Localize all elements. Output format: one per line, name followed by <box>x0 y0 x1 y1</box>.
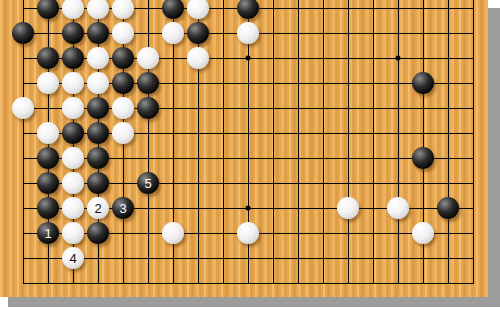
white-stone <box>187 47 209 69</box>
star-point <box>246 56 251 61</box>
white-stone <box>87 0 109 19</box>
black-stone: 5 <box>137 172 159 194</box>
black-stone <box>112 47 134 69</box>
black-stone <box>112 72 134 94</box>
grid-line-vertical <box>298 0 299 284</box>
grid-line-vertical <box>373 0 374 284</box>
move-number: 3 <box>119 202 126 215</box>
white-stone <box>162 22 184 44</box>
black-stone <box>412 72 434 94</box>
white-stone <box>37 72 59 94</box>
white-stone <box>412 222 434 244</box>
grid-line-vertical <box>473 0 474 284</box>
black-stone <box>37 197 59 219</box>
black-stone <box>187 22 209 44</box>
white-stone <box>62 0 84 19</box>
grid-line-horizontal <box>23 258 474 259</box>
white-stone <box>62 172 84 194</box>
white-stone <box>237 22 259 44</box>
move-number: 1 <box>44 227 51 240</box>
black-stone <box>87 147 109 169</box>
white-stone <box>62 72 84 94</box>
grid-line-vertical <box>148 0 149 284</box>
grid-line-vertical <box>348 0 349 284</box>
black-stone <box>87 222 109 244</box>
white-stone <box>87 47 109 69</box>
white-stone <box>12 97 34 119</box>
black-stone: 1 <box>37 222 59 244</box>
black-stone <box>37 147 59 169</box>
black-stone <box>37 172 59 194</box>
white-stone <box>62 147 84 169</box>
black-stone <box>87 172 109 194</box>
grid-line-vertical <box>448 0 449 284</box>
white-stone <box>337 197 359 219</box>
go-board[interactable]: 52314 <box>0 0 488 297</box>
black-stone <box>62 47 84 69</box>
white-stone <box>187 0 209 19</box>
black-stone <box>437 197 459 219</box>
black-stone <box>37 47 59 69</box>
white-stone <box>87 72 109 94</box>
white-stone <box>112 122 134 144</box>
grid-line-vertical <box>398 0 399 284</box>
grid-line-vertical <box>323 0 324 284</box>
white-stone <box>112 22 134 44</box>
black-stone: 3 <box>112 197 134 219</box>
grid-line-horizontal <box>23 283 474 284</box>
star-point <box>246 206 251 211</box>
white-stone <box>62 197 84 219</box>
white-stone <box>37 122 59 144</box>
white-stone <box>62 222 84 244</box>
black-stone <box>87 97 109 119</box>
grid-line-vertical <box>223 0 224 284</box>
white-stone: 2 <box>87 197 109 219</box>
diagram-canvas: 52314 <box>0 0 500 310</box>
white-stone <box>137 47 159 69</box>
black-stone <box>62 22 84 44</box>
move-number: 4 <box>69 252 76 265</box>
black-stone <box>62 122 84 144</box>
board-shadow-bottom <box>8 297 500 307</box>
white-stone <box>387 197 409 219</box>
white-stone <box>112 97 134 119</box>
white-stone <box>237 222 259 244</box>
board-shadow-right <box>488 8 500 307</box>
white-stone <box>62 97 84 119</box>
black-stone <box>137 97 159 119</box>
white-stone: 4 <box>62 247 84 269</box>
black-stone <box>12 22 34 44</box>
white-stone <box>112 0 134 19</box>
white-stone <box>162 222 184 244</box>
black-stone <box>237 0 259 19</box>
move-number: 2 <box>94 202 101 215</box>
move-number: 5 <box>144 177 151 190</box>
black-stone <box>162 0 184 19</box>
star-point <box>396 56 401 61</box>
black-stone <box>87 122 109 144</box>
black-stone <box>87 22 109 44</box>
black-stone <box>137 72 159 94</box>
black-stone <box>412 147 434 169</box>
black-stone <box>37 0 59 19</box>
grid-line-vertical <box>273 0 274 284</box>
